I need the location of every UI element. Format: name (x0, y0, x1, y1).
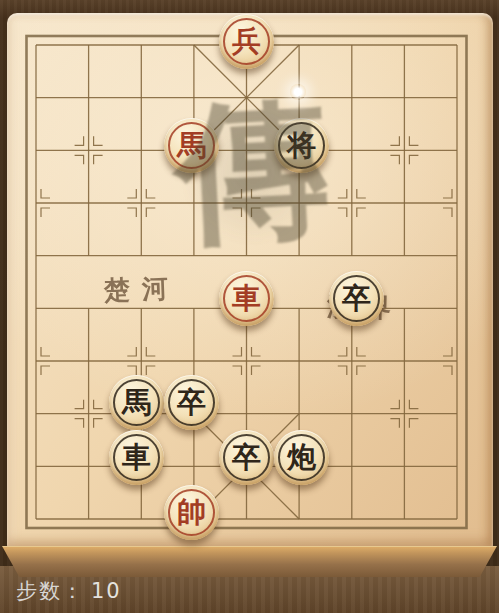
piece-glyph: 帥 (177, 498, 206, 527)
piece-black-soldier[interactable]: 卒 (329, 271, 384, 326)
piece-glyph: 卒 (232, 443, 261, 472)
piece-glyph: 将 (287, 131, 316, 160)
piece-glyph: 馬 (177, 131, 206, 160)
move-counter-value: 10 (91, 579, 122, 603)
piece-glyph: 卒 (342, 284, 371, 313)
piece-black-cannon[interactable]: 炮 (274, 430, 329, 485)
move-counter-separator: ： (62, 579, 85, 603)
piece-black-horse[interactable]: 馬 (109, 375, 164, 430)
move-counter: 步数：10 (16, 577, 122, 605)
piece-black-general[interactable]: 将 (274, 118, 329, 173)
piece-glyph: 兵 (232, 27, 261, 56)
piece-glyph: 馬 (122, 388, 151, 417)
piece-glyph: 車 (122, 443, 151, 472)
piece-red-chariot[interactable]: 車 (219, 271, 274, 326)
piece-black-soldier[interactable]: 卒 (164, 375, 219, 430)
piece-red-soldier[interactable]: 兵 (219, 14, 274, 69)
piece-black-chariot[interactable]: 車 (109, 430, 164, 485)
piece-black-soldier[interactable]: 卒 (219, 430, 274, 485)
xiangqi-app: 楚河 漢界 兵馬将車卒馬卒車卒炮帥 傳 步数：10 (0, 0, 499, 613)
pieces-layer: 兵馬将車卒馬卒車卒炮帥 (10, 19, 484, 546)
piece-glyph: 車 (232, 284, 261, 313)
piece-glyph: 卒 (177, 388, 206, 417)
piece-red-general[interactable]: 帥 (164, 485, 219, 540)
move-counter-label: 步数 (16, 579, 62, 603)
board-front-edge (2, 546, 497, 577)
piece-red-horse[interactable]: 馬 (164, 118, 219, 173)
piece-glyph: 炮 (287, 443, 316, 472)
